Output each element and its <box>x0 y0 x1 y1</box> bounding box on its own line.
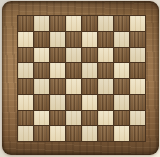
board-square-r5c6[interactable] <box>114 95 129 110</box>
board-square-r4c5[interactable] <box>98 79 113 94</box>
board-square-r2c3[interactable] <box>66 48 81 63</box>
board-square-r4c4[interactable] <box>82 79 97 94</box>
board-square-r5c7[interactable] <box>130 95 145 110</box>
board-square-r7c5[interactable] <box>98 126 113 141</box>
board-square-r7c4[interactable] <box>82 126 97 141</box>
board-square-r7c6[interactable] <box>114 126 129 141</box>
board-square-r2c5[interactable] <box>98 48 113 63</box>
board-square-r1c1[interactable] <box>34 32 49 47</box>
board-square-r2c7[interactable] <box>130 48 145 63</box>
page-background <box>0 0 160 157</box>
chess-board-frame <box>2 1 159 155</box>
board-square-r4c0[interactable] <box>18 79 33 94</box>
board-square-r6c0[interactable] <box>18 111 33 126</box>
board-square-r3c5[interactable] <box>98 63 113 78</box>
board-square-r2c2[interactable] <box>50 48 65 63</box>
board-square-r5c2[interactable] <box>50 95 65 110</box>
board-square-r3c1[interactable] <box>34 63 49 78</box>
board-square-r1c2[interactable] <box>50 32 65 47</box>
board-square-r3c2[interactable] <box>50 63 65 78</box>
board-square-r1c3[interactable] <box>66 32 81 47</box>
board-square-r6c7[interactable] <box>130 111 145 126</box>
board-square-r6c1[interactable] <box>34 111 49 126</box>
board-square-r0c1[interactable] <box>34 16 49 31</box>
board-square-r6c3[interactable] <box>66 111 81 126</box>
board-square-r2c0[interactable] <box>18 48 33 63</box>
board-square-r1c5[interactable] <box>98 32 113 47</box>
board-square-r6c6[interactable] <box>114 111 129 126</box>
board-square-r2c6[interactable] <box>114 48 129 63</box>
board-square-r5c3[interactable] <box>66 95 81 110</box>
board-square-r3c7[interactable] <box>130 63 145 78</box>
board-square-r0c4[interactable] <box>82 16 97 31</box>
board-square-r7c7[interactable] <box>130 126 145 141</box>
board-square-r3c4[interactable] <box>82 63 97 78</box>
board-square-r4c6[interactable] <box>114 79 129 94</box>
board-square-r5c0[interactable] <box>18 95 33 110</box>
board-square-r0c0[interactable] <box>18 16 33 31</box>
board-square-r5c5[interactable] <box>98 95 113 110</box>
board-square-r2c1[interactable] <box>34 48 49 63</box>
board-square-r6c4[interactable] <box>82 111 97 126</box>
board-square-r0c5[interactable] <box>98 16 113 31</box>
board-square-r0c7[interactable] <box>130 16 145 31</box>
board-square-r4c3[interactable] <box>66 79 81 94</box>
board-square-r7c0[interactable] <box>18 126 33 141</box>
board-square-r6c5[interactable] <box>98 111 113 126</box>
board-square-r0c6[interactable] <box>114 16 129 31</box>
board-square-r2c4[interactable] <box>82 48 97 63</box>
board-square-r4c1[interactable] <box>34 79 49 94</box>
board-square-r0c3[interactable] <box>66 16 81 31</box>
board-square-r3c6[interactable] <box>114 63 129 78</box>
board-square-r5c1[interactable] <box>34 95 49 110</box>
board-square-r7c2[interactable] <box>50 126 65 141</box>
board-square-r4c7[interactable] <box>130 79 145 94</box>
board-square-r3c0[interactable] <box>18 63 33 78</box>
board-square-r1c0[interactable] <box>18 32 33 47</box>
board-square-r1c4[interactable] <box>82 32 97 47</box>
chess-board-grid <box>17 15 146 142</box>
board-square-r7c1[interactable] <box>34 126 49 141</box>
board-square-r1c6[interactable] <box>114 32 129 47</box>
board-square-r6c2[interactable] <box>50 111 65 126</box>
board-square-r7c3[interactable] <box>66 126 81 141</box>
board-square-r3c3[interactable] <box>66 63 81 78</box>
board-square-r0c2[interactable] <box>50 16 65 31</box>
board-square-r4c2[interactable] <box>50 79 65 94</box>
board-square-r1c7[interactable] <box>130 32 145 47</box>
board-square-r5c4[interactable] <box>82 95 97 110</box>
